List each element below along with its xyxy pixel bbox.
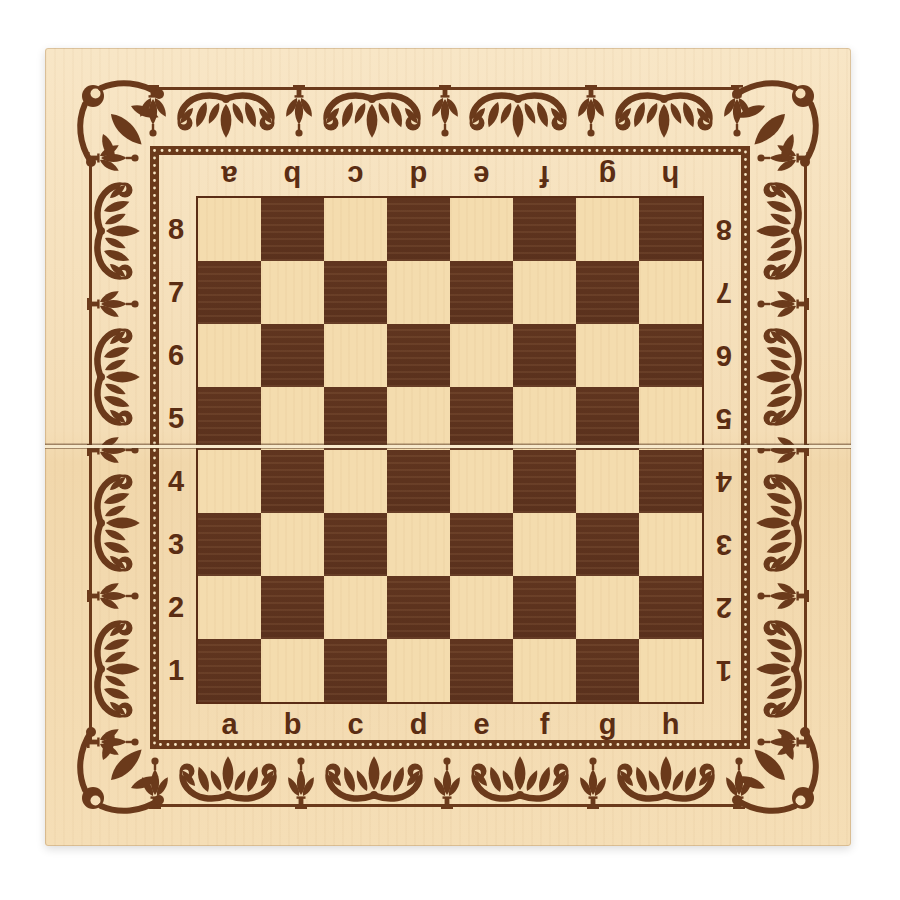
ornament-band-top — [137, 85, 753, 138]
square-e2[interactable] — [450, 576, 513, 639]
square-h5[interactable] — [639, 387, 702, 450]
square-b3[interactable] — [261, 513, 324, 576]
square-c4[interactable] — [324, 450, 387, 513]
square-f8[interactable] — [513, 198, 576, 261]
square-h1[interactable] — [639, 639, 702, 702]
file-label-bottom-d: d — [387, 705, 450, 743]
square-h3[interactable] — [639, 513, 702, 576]
file-label-bottom-g: g — [576, 705, 639, 743]
rank-label-left-3: 3 — [156, 513, 196, 576]
square-f7[interactable] — [513, 261, 576, 324]
rank-label-left-6: 6 — [156, 324, 196, 387]
square-g1[interactable] — [576, 639, 639, 702]
file-label-top-h: h — [639, 157, 702, 195]
file-label-bottom-h: h — [639, 705, 702, 743]
square-a5[interactable] — [198, 387, 261, 450]
rank-label-left-4: 4 — [156, 450, 196, 513]
square-b4[interactable] — [261, 450, 324, 513]
rank-label-left-8: 8 — [156, 198, 196, 261]
square-e1[interactable] — [450, 639, 513, 702]
rank-label-right-4: 4 — [704, 450, 744, 513]
file-label-bottom-e: e — [450, 705, 513, 743]
square-f1[interactable] — [513, 639, 576, 702]
file-label-top-b: b — [261, 157, 324, 195]
square-c1[interactable] — [324, 639, 387, 702]
square-a8[interactable] — [198, 198, 261, 261]
square-b1[interactable] — [261, 639, 324, 702]
square-h7[interactable] — [639, 261, 702, 324]
file-label-top-c: c — [324, 157, 387, 195]
square-e8[interactable] — [450, 198, 513, 261]
square-f3[interactable] — [513, 513, 576, 576]
rank-label-right-7: 7 — [704, 261, 744, 324]
file-labels-top: abcdefgh — [198, 157, 702, 195]
square-c8[interactable] — [324, 198, 387, 261]
square-f2[interactable] — [513, 576, 576, 639]
rank-label-right-1: 1 — [704, 639, 744, 702]
square-a6[interactable] — [198, 324, 261, 387]
file-label-bottom-c: c — [324, 705, 387, 743]
square-e3[interactable] — [450, 513, 513, 576]
square-d3[interactable] — [387, 513, 450, 576]
square-d4[interactable] — [387, 450, 450, 513]
square-g3[interactable] — [576, 513, 639, 576]
rank-label-left-5: 5 — [156, 387, 196, 450]
rank-label-left-7: 7 — [156, 261, 196, 324]
square-f5[interactable] — [513, 387, 576, 450]
file-label-top-a: a — [198, 157, 261, 195]
square-b7[interactable] — [261, 261, 324, 324]
square-f4[interactable] — [513, 450, 576, 513]
square-b8[interactable] — [261, 198, 324, 261]
file-label-bottom-a: a — [198, 705, 261, 743]
file-label-top-g: g — [576, 157, 639, 195]
square-c3[interactable] — [324, 513, 387, 576]
square-e7[interactable] — [450, 261, 513, 324]
square-d6[interactable] — [387, 324, 450, 387]
square-e6[interactable] — [450, 324, 513, 387]
square-a1[interactable] — [198, 639, 261, 702]
square-f6[interactable] — [513, 324, 576, 387]
square-g4[interactable] — [576, 450, 639, 513]
file-label-bottom-f: f — [513, 705, 576, 743]
square-d2[interactable] — [387, 576, 450, 639]
square-d8[interactable] — [387, 198, 450, 261]
square-b5[interactable] — [261, 387, 324, 450]
rank-label-right-5: 5 — [704, 387, 744, 450]
square-h4[interactable] — [639, 450, 702, 513]
square-g6[interactable] — [576, 324, 639, 387]
square-d5[interactable] — [387, 387, 450, 450]
file-label-top-e: e — [450, 157, 513, 195]
file-label-bottom-b: b — [261, 705, 324, 743]
square-h6[interactable] — [639, 324, 702, 387]
rank-label-right-2: 2 — [704, 576, 744, 639]
square-d7[interactable] — [387, 261, 450, 324]
square-h2[interactable] — [639, 576, 702, 639]
square-a7[interactable] — [198, 261, 261, 324]
square-d1[interactable] — [387, 639, 450, 702]
square-h8[interactable] — [639, 198, 702, 261]
rank-label-right-6: 6 — [704, 324, 744, 387]
file-label-top-d: d — [387, 157, 450, 195]
rank-label-right-8: 8 — [704, 198, 744, 261]
square-g5[interactable] — [576, 387, 639, 450]
file-labels-bottom: abcdefgh — [198, 705, 702, 743]
square-e5[interactable] — [450, 387, 513, 450]
rank-label-right-3: 3 — [704, 513, 744, 576]
fold-seam — [45, 443, 851, 451]
square-g2[interactable] — [576, 576, 639, 639]
square-g8[interactable] — [576, 198, 639, 261]
square-g7[interactable] — [576, 261, 639, 324]
rank-label-left-2: 2 — [156, 576, 196, 639]
file-label-top-f: f — [513, 157, 576, 195]
square-b2[interactable] — [261, 576, 324, 639]
square-a3[interactable] — [198, 513, 261, 576]
square-b6[interactable] — [261, 324, 324, 387]
photo-background: abcdefgh abcdefgh 87654321 87654321 — [0, 0, 900, 900]
ornament-band-bottom — [139, 756, 755, 809]
rank-label-left-1: 1 — [156, 639, 196, 702]
square-c6[interactable] — [324, 324, 387, 387]
square-a2[interactable] — [198, 576, 261, 639]
square-e4[interactable] — [450, 450, 513, 513]
square-c2[interactable] — [324, 576, 387, 639]
square-c5[interactable] — [324, 387, 387, 450]
square-a4[interactable] — [198, 450, 261, 513]
square-c7[interactable] — [324, 261, 387, 324]
